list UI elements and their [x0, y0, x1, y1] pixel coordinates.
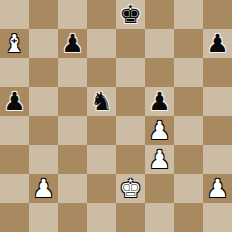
square-e1[interactable] [116, 203, 145, 232]
black-pawn-piece[interactable]: ♟ [206, 29, 228, 58]
square-g2[interactable] [174, 174, 203, 203]
square-b7[interactable] [29, 29, 58, 58]
square-c3[interactable] [58, 145, 87, 174]
square-b8[interactable] [29, 0, 58, 29]
square-g1[interactable] [174, 203, 203, 232]
square-h2[interactable]: ♟ [203, 174, 232, 203]
square-c5[interactable] [58, 87, 87, 116]
white-bishop-piece[interactable]: ♝ [3, 29, 25, 58]
chess-board: ♚♝♟♟♟♞♟♟♟♟♚♟ [0, 0, 232, 232]
square-h3[interactable] [203, 145, 232, 174]
white-pawn-piece[interactable]: ♟ [32, 174, 54, 203]
square-e6[interactable] [116, 58, 145, 87]
white-pawn-piece[interactable]: ♟ [148, 145, 170, 174]
square-f1[interactable] [145, 203, 174, 232]
square-h5[interactable] [203, 87, 232, 116]
square-b5[interactable] [29, 87, 58, 116]
square-g7[interactable] [174, 29, 203, 58]
square-f2[interactable] [145, 174, 174, 203]
black-pawn-piece[interactable]: ♟ [3, 87, 25, 116]
square-e4[interactable] [116, 116, 145, 145]
square-e3[interactable] [116, 145, 145, 174]
black-king-piece[interactable]: ♚ [119, 0, 141, 29]
square-d1[interactable] [87, 203, 116, 232]
square-h7[interactable]: ♟ [203, 29, 232, 58]
square-a1[interactable] [0, 203, 29, 232]
square-f3[interactable]: ♟ [145, 145, 174, 174]
square-e8[interactable]: ♚ [116, 0, 145, 29]
square-g3[interactable] [174, 145, 203, 174]
square-c4[interactable] [58, 116, 87, 145]
square-d5[interactable]: ♞ [87, 87, 116, 116]
square-b3[interactable] [29, 145, 58, 174]
square-c1[interactable] [58, 203, 87, 232]
square-a2[interactable] [0, 174, 29, 203]
square-g8[interactable] [174, 0, 203, 29]
square-g4[interactable] [174, 116, 203, 145]
square-f7[interactable] [145, 29, 174, 58]
white-pawn-piece[interactable]: ♟ [148, 116, 170, 145]
square-c2[interactable] [58, 174, 87, 203]
square-a6[interactable] [0, 58, 29, 87]
square-b6[interactable] [29, 58, 58, 87]
square-e2[interactable]: ♚ [116, 174, 145, 203]
square-a7[interactable]: ♝ [0, 29, 29, 58]
white-king-piece[interactable]: ♚ [119, 174, 141, 203]
black-pawn-piece[interactable]: ♟ [148, 87, 170, 116]
square-b1[interactable] [29, 203, 58, 232]
square-b2[interactable]: ♟ [29, 174, 58, 203]
square-e5[interactable] [116, 87, 145, 116]
square-b4[interactable] [29, 116, 58, 145]
square-c8[interactable] [58, 0, 87, 29]
square-f5[interactable]: ♟ [145, 87, 174, 116]
square-f6[interactable] [145, 58, 174, 87]
square-d7[interactable] [87, 29, 116, 58]
square-d2[interactable] [87, 174, 116, 203]
square-g6[interactable] [174, 58, 203, 87]
square-d3[interactable] [87, 145, 116, 174]
square-a5[interactable]: ♟ [0, 87, 29, 116]
square-d8[interactable] [87, 0, 116, 29]
square-a4[interactable] [0, 116, 29, 145]
square-d6[interactable] [87, 58, 116, 87]
square-h8[interactable] [203, 0, 232, 29]
square-c6[interactable] [58, 58, 87, 87]
square-c7[interactable]: ♟ [58, 29, 87, 58]
square-g5[interactable] [174, 87, 203, 116]
square-d4[interactable] [87, 116, 116, 145]
square-h6[interactable] [203, 58, 232, 87]
square-a8[interactable] [0, 0, 29, 29]
square-h4[interactable] [203, 116, 232, 145]
square-a3[interactable] [0, 145, 29, 174]
square-e7[interactable] [116, 29, 145, 58]
square-f8[interactable] [145, 0, 174, 29]
white-pawn-piece[interactable]: ♟ [206, 174, 228, 203]
black-knight-piece[interactable]: ♞ [90, 87, 112, 116]
black-pawn-piece[interactable]: ♟ [61, 29, 83, 58]
square-f4[interactable]: ♟ [145, 116, 174, 145]
square-h1[interactable] [203, 203, 232, 232]
